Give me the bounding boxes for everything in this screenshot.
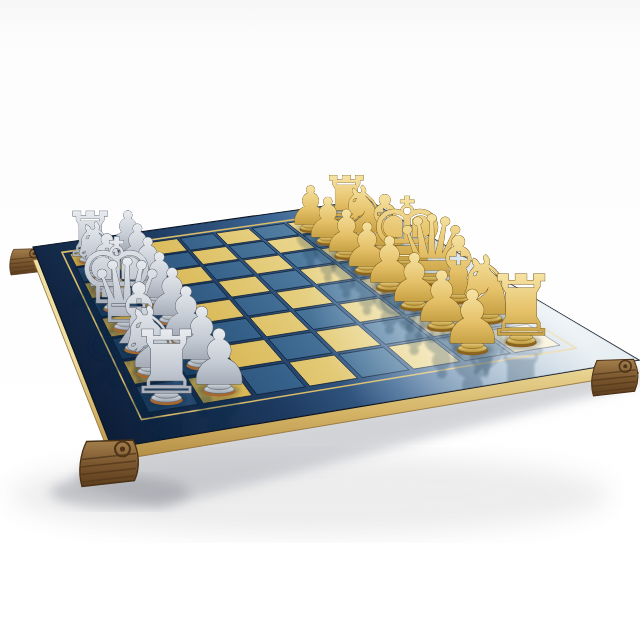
board-foot-right xyxy=(592,359,638,396)
chess-set-photo: ♜♞♝♚♛♟♟♝♟♞♟♜♟♟♟♟♟♟♜♟♞♟♝♟♚♟♛♟♝♟♞♜ ♜ ♟ ♞ ♟… xyxy=(0,0,640,640)
board-foot-front-left xyxy=(80,440,138,487)
piece-gold-pawn[interactable]: ♟ xyxy=(439,275,505,360)
product-photo-scene: ♜♞♝♚♛♟♟♝♟♞♟♜♟♟♟♟♟♟♜♟♞♟♝♟♚♟♛♟♝♟♞♜ ♜ ♟ ♞ ♟… xyxy=(0,0,640,640)
svg-text:♟: ♟ xyxy=(439,275,505,360)
svg-text:♜: ♜ xyxy=(127,312,205,414)
piece-silver-rook[interactable]: ♜ xyxy=(127,312,205,414)
